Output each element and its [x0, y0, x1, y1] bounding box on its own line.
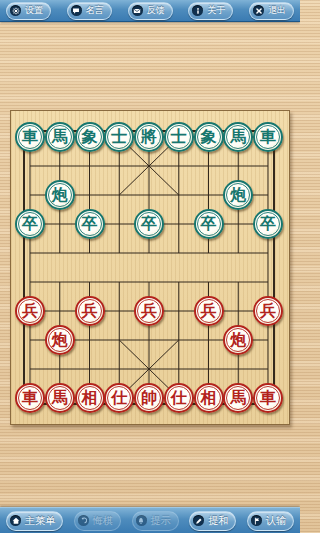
- piece-black-p[interactable]: 卒: [253, 209, 283, 239]
- piece-black-p[interactable]: 卒: [194, 209, 224, 239]
- about-label: 关于: [207, 6, 225, 15]
- quotes-label: 名言: [86, 6, 104, 15]
- piece-character: 車: [22, 129, 38, 145]
- piece-black-r[interactable]: 車: [253, 122, 283, 152]
- piece-character: 炮: [52, 332, 68, 348]
- piece-character: 兵: [201, 303, 217, 319]
- piece-character: 仕: [111, 390, 127, 406]
- piece-black-p[interactable]: 卒: [15, 209, 45, 239]
- close-icon: [253, 5, 264, 16]
- piece-black-p[interactable]: 卒: [134, 209, 164, 239]
- piece-red-p[interactable]: 兵: [134, 296, 164, 326]
- piece-red-p[interactable]: 兵: [194, 296, 224, 326]
- piece-character: 兵: [82, 303, 98, 319]
- pencil-icon: [193, 515, 204, 526]
- xiangqi-board[interactable]: 車馬象士將士象馬車炮炮卒卒卒卒卒兵兵兵兵兵炮炮車馬相仕帥仕相馬車: [10, 110, 290, 425]
- piece-character: 車: [260, 129, 276, 145]
- piece-black-b[interactable]: 象: [75, 122, 105, 152]
- piece-character: 馬: [230, 129, 246, 145]
- info-icon: [192, 5, 203, 16]
- piece-black-a[interactable]: 士: [164, 122, 194, 152]
- piece-red-p[interactable]: 兵: [15, 296, 45, 326]
- piece-red-p[interactable]: 兵: [253, 296, 283, 326]
- board-grid-lines: [11, 111, 291, 426]
- piece-red-k[interactable]: 帥: [134, 383, 164, 413]
- piece-character: 帥: [141, 390, 157, 406]
- piece-character: 卒: [201, 216, 217, 232]
- exit-button[interactable]: 退出: [249, 2, 294, 20]
- piece-character: 車: [22, 390, 38, 406]
- bottom-toolbar: 主菜单 悔棋 提示 提和 认输: [0, 507, 300, 533]
- piece-red-r[interactable]: 車: [15, 383, 45, 413]
- resign-button[interactable]: 认输: [247, 511, 294, 531]
- piece-character: 象: [82, 129, 98, 145]
- piece-black-b[interactable]: 象: [194, 122, 224, 152]
- undo-move-button[interactable]: 悔棋: [74, 511, 121, 531]
- piece-black-r[interactable]: 車: [15, 122, 45, 152]
- piece-character: 象: [201, 129, 217, 145]
- piece-character: 馬: [230, 390, 246, 406]
- piece-character: 炮: [230, 332, 246, 348]
- piece-character: 馬: [52, 129, 68, 145]
- piece-character: 卒: [141, 216, 157, 232]
- feedback-label: 反馈: [147, 6, 165, 15]
- piece-character: 仕: [171, 390, 187, 406]
- hint-button[interactable]: 提示: [132, 511, 179, 531]
- piece-character: 相: [201, 390, 217, 406]
- bell-icon: [136, 515, 147, 526]
- quotes-button[interactable]: 名言: [67, 2, 112, 20]
- gear-icon: [10, 5, 21, 16]
- piece-red-b[interactable]: 相: [75, 383, 105, 413]
- flag-icon: [251, 515, 262, 526]
- piece-red-n[interactable]: 馬: [45, 383, 75, 413]
- undo-icon: [78, 515, 89, 526]
- main-menu-button[interactable]: 主菜单: [6, 511, 63, 531]
- piece-red-a[interactable]: 仕: [164, 383, 194, 413]
- piece-character: 士: [111, 129, 127, 145]
- main-menu-label: 主菜单: [25, 516, 55, 526]
- piece-character: 兵: [22, 303, 38, 319]
- piece-character: 兵: [141, 303, 157, 319]
- piece-red-p[interactable]: 兵: [75, 296, 105, 326]
- piece-character: 卒: [22, 216, 38, 232]
- top-toolbar: 设置 名言 反馈 关于 退出: [0, 0, 300, 22]
- piece-red-r[interactable]: 車: [253, 383, 283, 413]
- home-icon: [10, 515, 21, 526]
- piece-character: 相: [82, 390, 98, 406]
- piece-character: 卒: [82, 216, 98, 232]
- piece-character: 炮: [52, 187, 68, 203]
- piece-red-b[interactable]: 相: [194, 383, 224, 413]
- xiangqi-app: { "game": "xiangqi", "position": { "fen"…: [0, 0, 300, 533]
- undo-move-label: 悔棋: [93, 516, 113, 526]
- exit-label: 退出: [268, 6, 286, 15]
- piece-character: 炮: [230, 187, 246, 203]
- piece-character: 車: [260, 390, 276, 406]
- speech-bubble-icon: [71, 5, 82, 16]
- hint-label: 提示: [151, 516, 171, 526]
- settings-label: 设置: [25, 6, 43, 15]
- feedback-button[interactable]: 反馈: [128, 2, 173, 20]
- piece-character: 士: [171, 129, 187, 145]
- piece-character: 卒: [260, 216, 276, 232]
- resign-label: 认输: [266, 516, 286, 526]
- piece-character: 馬: [52, 390, 68, 406]
- piece-black-k[interactable]: 將: [134, 122, 164, 152]
- envelope-icon: [132, 5, 143, 16]
- piece-black-p[interactable]: 卒: [75, 209, 105, 239]
- piece-black-n[interactable]: 馬: [45, 122, 75, 152]
- offer-draw-label: 提和: [208, 516, 228, 526]
- about-button[interactable]: 关于: [188, 2, 233, 20]
- piece-character: 兵: [260, 303, 276, 319]
- settings-button[interactable]: 设置: [6, 2, 51, 20]
- piece-character: 將: [141, 129, 157, 145]
- piece-red-c[interactable]: 炮: [45, 325, 75, 355]
- piece-black-c[interactable]: 炮: [45, 180, 75, 210]
- offer-draw-button[interactable]: 提和: [189, 511, 236, 531]
